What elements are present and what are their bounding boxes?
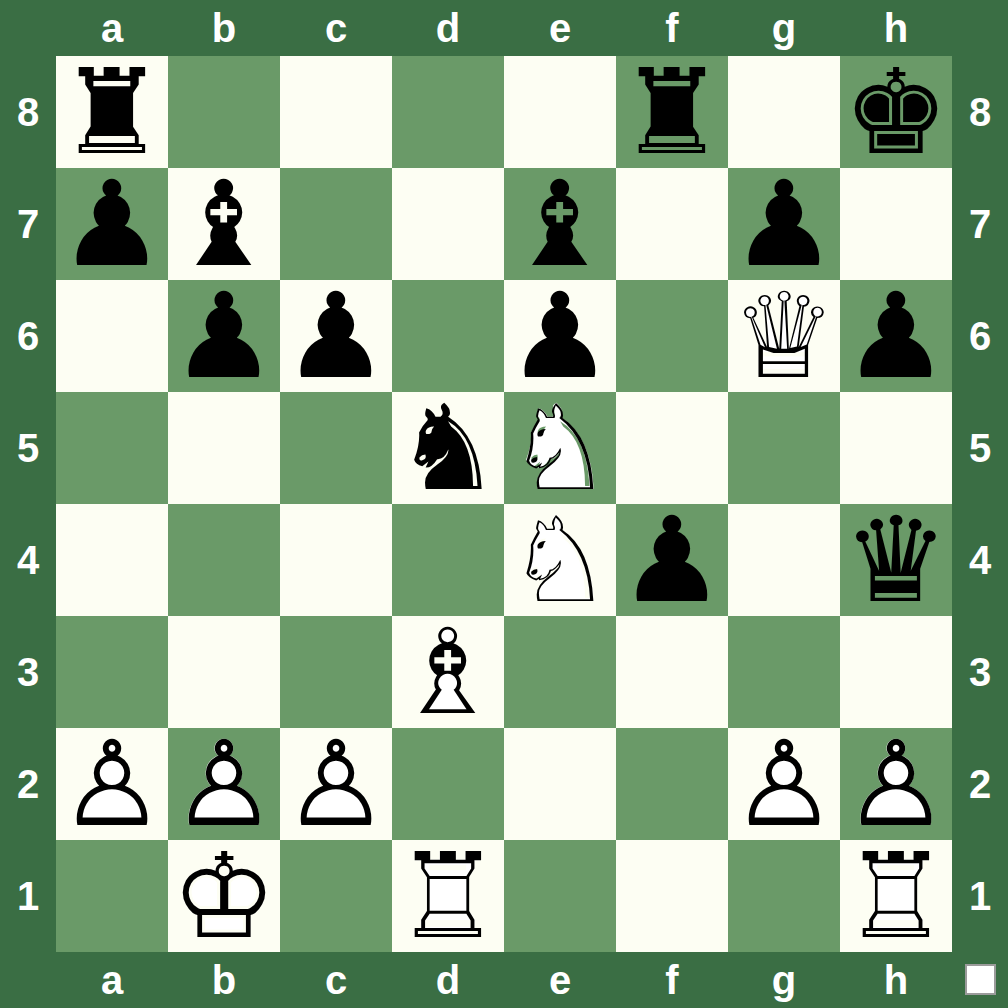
black-piece-fill: ♟ <box>168 280 280 392</box>
square-e4[interactable]: ♞♘ <box>504 504 616 616</box>
file-labels-top: abcdefgh <box>56 0 952 56</box>
piece-white-knight[interactable]: ♞♘ <box>504 504 616 616</box>
white-piece-outline: ♕ <box>728 280 840 392</box>
square-g4[interactable] <box>728 504 840 616</box>
square-f5[interactable] <box>616 392 728 504</box>
square-g7[interactable]: ♟ <box>728 168 840 280</box>
square-d6[interactable] <box>392 280 504 392</box>
square-e5[interactable]: ♞♘ <box>504 392 616 504</box>
piece-black-king[interactable]: ♚ <box>840 56 952 168</box>
piece-black-pawn[interactable]: ♟ <box>168 280 280 392</box>
square-a4[interactable] <box>56 504 168 616</box>
rank-labels-left: 87654321 <box>0 56 56 952</box>
black-piece-fill: ♟ <box>840 280 952 392</box>
square-a3[interactable] <box>56 616 168 728</box>
file-label-b: b <box>168 952 280 1008</box>
chessboard-frame: abcdefgh 87654321 ♜♜♚♟♝♝♟♟♟♟♛♕♟♞♞♘♞♘♟♛♝♗… <box>0 0 1008 1008</box>
file-label-d: d <box>392 0 504 56</box>
file-label-d: d <box>392 952 504 1008</box>
square-h2[interactable]: ♟♙ <box>840 728 952 840</box>
square-f6[interactable] <box>616 280 728 392</box>
square-e7[interactable]: ♝ <box>504 168 616 280</box>
file-label-a: a <box>56 952 168 1008</box>
white-piece-outline: ♙ <box>168 728 280 840</box>
square-b3[interactable] <box>168 616 280 728</box>
square-b6[interactable]: ♟ <box>168 280 280 392</box>
square-f7[interactable] <box>616 168 728 280</box>
piece-white-pawn[interactable]: ♟♙ <box>168 728 280 840</box>
square-f1[interactable] <box>616 840 728 952</box>
square-d2[interactable] <box>392 728 504 840</box>
square-c2[interactable]: ♟♙ <box>280 728 392 840</box>
rank-label-4: 4 <box>0 504 56 616</box>
piece-black-pawn[interactable]: ♟ <box>56 168 168 280</box>
square-f4[interactable]: ♟ <box>616 504 728 616</box>
square-h6[interactable]: ♟ <box>840 280 952 392</box>
piece-black-bishop[interactable]: ♝ <box>168 168 280 280</box>
piece-black-pawn[interactable]: ♟ <box>616 504 728 616</box>
square-c1[interactable] <box>280 840 392 952</box>
rank-label-4: 4 <box>952 504 1008 616</box>
white-piece-outline: ♗ <box>392 616 504 728</box>
file-labels-bottom: abcdefgh <box>56 952 952 1008</box>
square-c7[interactable] <box>280 168 392 280</box>
square-h7[interactable] <box>840 168 952 280</box>
square-c5[interactable] <box>280 392 392 504</box>
square-f3[interactable] <box>616 616 728 728</box>
file-label-e: e <box>504 952 616 1008</box>
square-a8[interactable]: ♜ <box>56 56 168 168</box>
file-label-e: e <box>504 0 616 56</box>
rank-label-1: 1 <box>952 840 1008 952</box>
rank-label-5: 5 <box>0 392 56 504</box>
square-g5[interactable] <box>728 392 840 504</box>
black-piece-fill: ♝ <box>168 168 280 280</box>
file-label-g: g <box>728 952 840 1008</box>
white-piece-outline: ♙ <box>56 728 168 840</box>
square-b8[interactable] <box>168 56 280 168</box>
piece-black-bishop[interactable]: ♝ <box>504 168 616 280</box>
rank-label-3: 3 <box>0 616 56 728</box>
rank-label-2: 2 <box>952 728 1008 840</box>
rank-label-7: 7 <box>952 168 1008 280</box>
square-a7[interactable]: ♟ <box>56 168 168 280</box>
square-a1[interactable] <box>56 840 168 952</box>
square-g3[interactable] <box>728 616 840 728</box>
square-d4[interactable] <box>392 504 504 616</box>
piece-white-knight[interactable]: ♞♘ <box>504 392 616 504</box>
piece-black-pawn[interactable]: ♟ <box>504 280 616 392</box>
square-f2[interactable] <box>616 728 728 840</box>
black-piece-fill: ♞ <box>392 392 504 504</box>
rank-label-8: 8 <box>952 56 1008 168</box>
white-piece-outline: ♖ <box>392 840 504 952</box>
square-e1[interactable] <box>504 840 616 952</box>
rank-label-6: 6 <box>952 280 1008 392</box>
square-g1[interactable] <box>728 840 840 952</box>
square-d1[interactable]: ♜♖ <box>392 840 504 952</box>
square-g8[interactable] <box>728 56 840 168</box>
white-piece-outline: ♘ <box>504 504 616 616</box>
black-piece-fill: ♚ <box>840 56 952 168</box>
black-piece-fill: ♟ <box>728 168 840 280</box>
square-a6[interactable] <box>56 280 168 392</box>
square-e6[interactable]: ♟ <box>504 280 616 392</box>
square-g6[interactable]: ♛♕ <box>728 280 840 392</box>
piece-white-queen[interactable]: ♛♕ <box>728 280 840 392</box>
square-b5[interactable] <box>168 392 280 504</box>
square-h5[interactable] <box>840 392 952 504</box>
black-piece-fill: ♟ <box>280 280 392 392</box>
square-f8[interactable]: ♜ <box>616 56 728 168</box>
piece-white-bishop[interactable]: ♝♗ <box>392 616 504 728</box>
square-e3[interactable] <box>504 616 616 728</box>
piece-white-pawn[interactable]: ♟♙ <box>728 728 840 840</box>
square-d8[interactable] <box>392 56 504 168</box>
piece-white-pawn[interactable]: ♟♙ <box>56 728 168 840</box>
piece-white-rook[interactable]: ♜♖ <box>392 840 504 952</box>
black-piece-fill: ♛ <box>840 504 952 616</box>
square-c3[interactable] <box>280 616 392 728</box>
piece-black-queen[interactable]: ♛ <box>840 504 952 616</box>
file-label-c: c <box>280 0 392 56</box>
square-d5[interactable]: ♞ <box>392 392 504 504</box>
square-b1[interactable]: ♚♔ <box>168 840 280 952</box>
file-label-b: b <box>168 0 280 56</box>
square-d3[interactable]: ♝♗ <box>392 616 504 728</box>
chess-board: ♜♜♚♟♝♝♟♟♟♟♛♕♟♞♞♘♞♘♟♛♝♗♟♙♟♙♟♙♟♙♟♙♚♔♜♖♜♖ <box>56 56 952 952</box>
rank-label-6: 6 <box>0 280 56 392</box>
white-piece-outline: ♘ <box>504 392 616 504</box>
black-piece-fill: ♟ <box>616 504 728 616</box>
white-piece-outline: ♔ <box>168 840 280 952</box>
square-b4[interactable] <box>168 504 280 616</box>
rank-label-7: 7 <box>0 168 56 280</box>
piece-white-pawn[interactable]: ♟♙ <box>280 728 392 840</box>
rank-label-1: 1 <box>0 840 56 952</box>
piece-black-rook[interactable]: ♜ <box>616 56 728 168</box>
square-h4[interactable]: ♛ <box>840 504 952 616</box>
rank-label-3: 3 <box>952 616 1008 728</box>
square-h3[interactable] <box>840 616 952 728</box>
piece-white-pawn[interactable]: ♟♙ <box>840 728 952 840</box>
piece-black-pawn[interactable]: ♟ <box>280 280 392 392</box>
white-piece-outline: ♖ <box>840 840 952 952</box>
black-piece-fill: ♜ <box>616 56 728 168</box>
rank-labels-right: 87654321 <box>952 56 1008 952</box>
white-piece-outline: ♙ <box>840 728 952 840</box>
square-e8[interactable] <box>504 56 616 168</box>
square-c6[interactable]: ♟ <box>280 280 392 392</box>
piece-white-rook[interactable]: ♜♖ <box>840 840 952 952</box>
black-piece-fill: ♟ <box>56 168 168 280</box>
square-a2[interactable]: ♟♙ <box>56 728 168 840</box>
square-h1[interactable]: ♜♖ <box>840 840 952 952</box>
piece-black-rook[interactable]: ♜ <box>56 56 168 168</box>
white-piece-outline: ♙ <box>728 728 840 840</box>
piece-white-king[interactable]: ♚♔ <box>168 840 280 952</box>
piece-black-knight[interactable]: ♞ <box>392 392 504 504</box>
black-piece-fill: ♜ <box>56 56 168 168</box>
file-label-c: c <box>280 952 392 1008</box>
rank-label-5: 5 <box>952 392 1008 504</box>
square-e2[interactable] <box>504 728 616 840</box>
rank-label-8: 8 <box>0 56 56 168</box>
file-label-f: f <box>616 952 728 1008</box>
file-label-g: g <box>728 0 840 56</box>
black-piece-fill: ♝ <box>504 168 616 280</box>
square-h8[interactable]: ♚ <box>840 56 952 168</box>
white-piece-outline: ♙ <box>280 728 392 840</box>
rank-label-2: 2 <box>0 728 56 840</box>
file-label-h: h <box>840 952 952 1008</box>
square-c8[interactable] <box>280 56 392 168</box>
black-piece-fill: ♟ <box>504 280 616 392</box>
piece-black-pawn[interactable]: ♟ <box>728 168 840 280</box>
square-a5[interactable] <box>56 392 168 504</box>
square-c4[interactable] <box>280 504 392 616</box>
square-b7[interactable]: ♝ <box>168 168 280 280</box>
piece-black-pawn[interactable]: ♟ <box>840 280 952 392</box>
square-b2[interactable]: ♟♙ <box>168 728 280 840</box>
white-to-move-indicator <box>965 964 996 995</box>
square-d7[interactable] <box>392 168 504 280</box>
square-g2[interactable]: ♟♙ <box>728 728 840 840</box>
